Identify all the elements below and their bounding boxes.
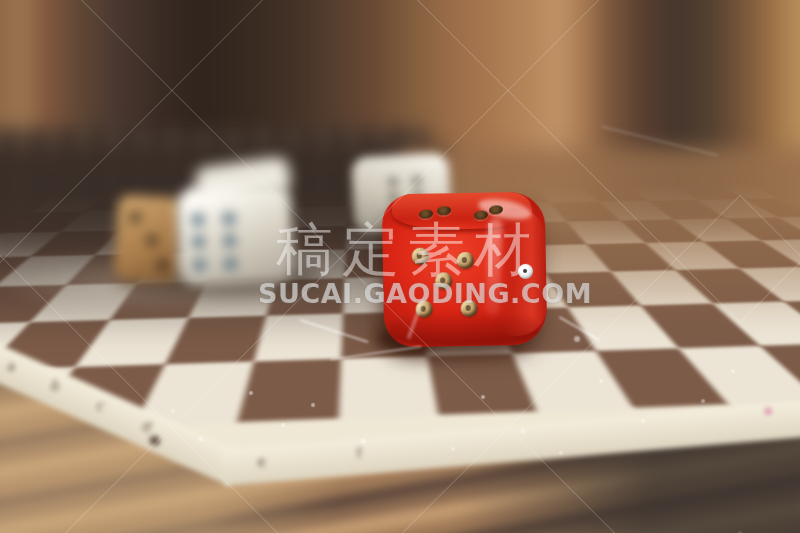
photo-root: abcd ef 稿定素材 SUCAI.GAODING.COM: [0, 0, 800, 533]
watermark-url-text: SUCAI.GAODING.COM: [258, 280, 558, 307]
watermark-cjk-text: 稿定素材: [268, 221, 548, 278]
